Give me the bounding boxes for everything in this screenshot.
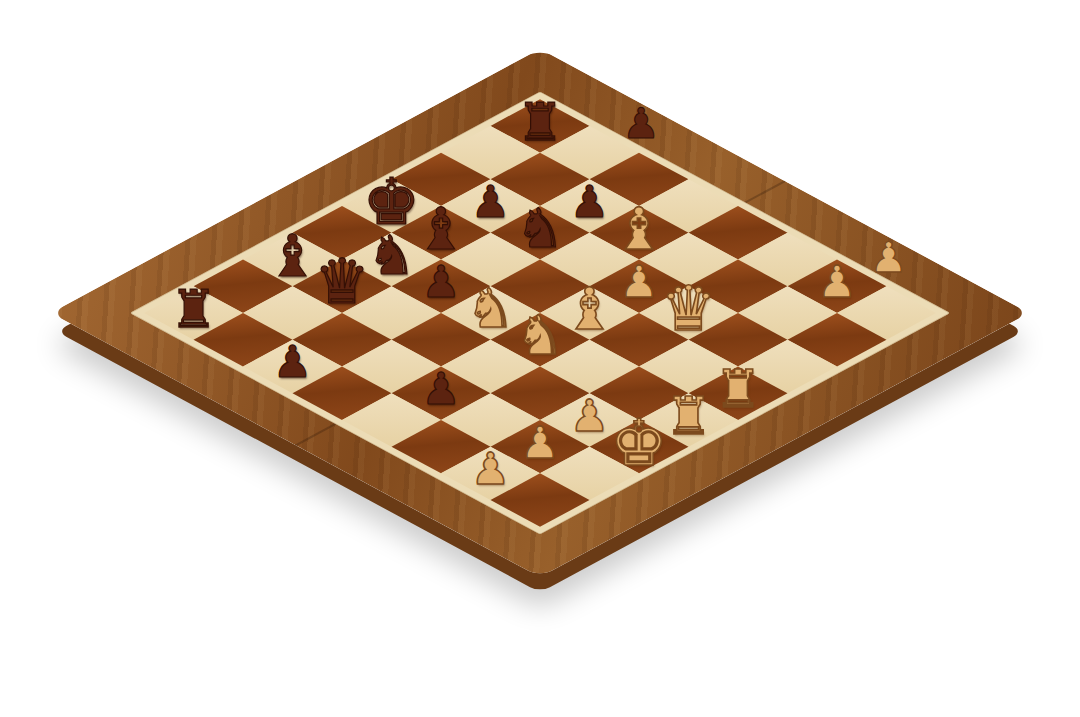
photo-background: ♜♟♟♝♟♞♟♛♚♝♝♜♞♟♞♞♜♝♛♟♚♟♟♜♟♟ ♟♟ — [0, 0, 1080, 717]
captured-white-pawn[interactable]: ♟ — [870, 237, 908, 279]
captured-black-pawn[interactable]: ♟ — [622, 103, 660, 145]
chess-board: ♜♟♟♝♟♞♟♛♚♝♝♜♞♟♞♞♜♝♛♟♚♟♟♜♟♟ ♟♟ — [51, 49, 1030, 577]
board-grid: ♜♟♟♝♟♞♟♛♚♝♝♜♞♟♞♞♜♝♛♟♚♟♟♜♟♟ — [144, 99, 936, 527]
